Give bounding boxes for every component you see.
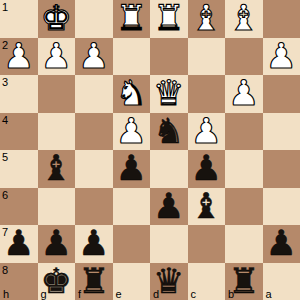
- square-e1[interactable]: ♜: [113, 0, 151, 38]
- square-e3[interactable]: ♞: [113, 75, 151, 113]
- piece-white-pawn[interactable]: ♟: [41, 38, 72, 76]
- square-c5[interactable]: ♟: [188, 150, 226, 188]
- square-g6[interactable]: [38, 188, 76, 226]
- square-a6[interactable]: [263, 188, 301, 226]
- square-d5[interactable]: [150, 150, 188, 188]
- piece-black-pawn[interactable]: ♟: [116, 150, 147, 188]
- square-b3[interactable]: ♟: [225, 75, 263, 113]
- piece-white-bishop[interactable]: ♝: [228, 0, 259, 38]
- piece-black-pawn[interactable]: ♟: [41, 225, 72, 263]
- square-d7[interactable]: [150, 225, 188, 263]
- piece-black-bishop[interactable]: ♝: [41, 150, 72, 188]
- square-h6[interactable]: 6: [0, 188, 38, 226]
- rank-label-1: 1: [2, 2, 8, 13]
- square-d8[interactable]: ♛d: [150, 263, 188, 300]
- file-label-f: f: [78, 289, 81, 300]
- square-f6[interactable]: [75, 188, 113, 226]
- square-g5[interactable]: ♝: [38, 150, 76, 188]
- square-b1[interactable]: ♝: [225, 0, 263, 38]
- square-g3[interactable]: [38, 75, 76, 113]
- square-b4[interactable]: [225, 113, 263, 151]
- square-g8[interactable]: ♚g: [38, 263, 76, 300]
- square-c3[interactable]: [188, 75, 226, 113]
- square-a1[interactable]: [263, 0, 301, 38]
- square-a3[interactable]: [263, 75, 301, 113]
- file-label-g: g: [41, 289, 47, 300]
- piece-black-knight[interactable]: ♞: [153, 113, 184, 151]
- chess-board: 1♚♜♜♝♝♟2♟♟♟3♞♛♟4♟♞♟5♝♟♟6♟♝♟7♟♟♟8h♚g♜fe♛d…: [0, 0, 300, 300]
- square-c6[interactable]: ♝: [188, 188, 226, 226]
- square-e6[interactable]: [113, 188, 151, 226]
- file-label-b: b: [228, 289, 234, 300]
- square-g7[interactable]: ♟: [38, 225, 76, 263]
- square-c4[interactable]: ♟: [188, 113, 226, 151]
- square-d3[interactable]: ♛: [150, 75, 188, 113]
- piece-black-pawn[interactable]: ♟: [266, 225, 297, 263]
- square-h8[interactable]: 8h: [0, 263, 38, 300]
- square-f4[interactable]: [75, 113, 113, 151]
- square-b8[interactable]: ♜b: [225, 263, 263, 300]
- rank-label-6: 6: [2, 190, 8, 201]
- square-h3[interactable]: 3: [0, 75, 38, 113]
- piece-white-queen[interactable]: ♛: [153, 75, 184, 113]
- file-label-h: h: [3, 289, 9, 300]
- rank-label-2: 2: [2, 40, 8, 51]
- square-f7[interactable]: ♟: [75, 225, 113, 263]
- rank-label-8: 8: [2, 265, 8, 276]
- piece-white-pawn[interactable]: ♟: [116, 113, 147, 151]
- piece-white-pawn[interactable]: ♟: [191, 113, 222, 151]
- rank-label-3: 3: [2, 77, 8, 88]
- square-c7[interactable]: [188, 225, 226, 263]
- square-a7[interactable]: ♟: [263, 225, 301, 263]
- square-e4[interactable]: ♟: [113, 113, 151, 151]
- piece-black-rook[interactable]: ♜: [78, 263, 109, 300]
- piece-white-king[interactable]: ♚: [41, 0, 72, 38]
- square-a4[interactable]: [263, 113, 301, 151]
- square-g4[interactable]: [38, 113, 76, 151]
- piece-white-rook[interactable]: ♜: [153, 0, 184, 38]
- square-a2[interactable]: ♟: [263, 38, 301, 76]
- piece-black-bishop[interactable]: ♝: [191, 188, 222, 226]
- square-b7[interactable]: [225, 225, 263, 263]
- square-c2[interactable]: [188, 38, 226, 76]
- file-label-a: a: [266, 289, 272, 300]
- rank-label-7: 7: [2, 227, 8, 238]
- square-f5[interactable]: [75, 150, 113, 188]
- piece-black-pawn[interactable]: ♟: [78, 225, 109, 263]
- file-label-d: d: [153, 289, 159, 300]
- piece-white-pawn[interactable]: ♟: [228, 75, 259, 113]
- square-g2[interactable]: ♟: [38, 38, 76, 76]
- square-h1[interactable]: 1: [0, 0, 38, 38]
- square-g1[interactable]: ♚: [38, 0, 76, 38]
- rank-label-4: 4: [2, 115, 8, 126]
- rank-label-5: 5: [2, 152, 8, 163]
- square-h7[interactable]: ♟7: [0, 225, 38, 263]
- piece-white-bishop[interactable]: ♝: [191, 0, 222, 38]
- square-f3[interactable]: [75, 75, 113, 113]
- piece-black-pawn[interactable]: ♟: [153, 188, 184, 226]
- piece-white-pawn[interactable]: ♟: [266, 38, 297, 76]
- square-f1[interactable]: [75, 0, 113, 38]
- file-label-e: e: [116, 289, 122, 300]
- square-c1[interactable]: ♝: [188, 0, 226, 38]
- piece-black-pawn[interactable]: ♟: [191, 150, 222, 188]
- square-b2[interactable]: [225, 38, 263, 76]
- square-e5[interactable]: ♟: [113, 150, 151, 188]
- square-b5[interactable]: [225, 150, 263, 188]
- piece-white-rook[interactable]: ♜: [116, 0, 147, 38]
- piece-white-knight[interactable]: ♞: [116, 75, 147, 113]
- square-f2[interactable]: ♟: [75, 38, 113, 76]
- square-h2[interactable]: ♟2: [0, 38, 38, 76]
- square-e2[interactable]: [113, 38, 151, 76]
- square-c8[interactable]: c: [188, 263, 226, 300]
- square-d6[interactable]: ♟: [150, 188, 188, 226]
- square-h5[interactable]: 5: [0, 150, 38, 188]
- square-d2[interactable]: [150, 38, 188, 76]
- square-h4[interactable]: 4: [0, 113, 38, 151]
- square-f8[interactable]: ♜f: [75, 263, 113, 300]
- piece-white-pawn[interactable]: ♟: [78, 38, 109, 76]
- square-e7[interactable]: [113, 225, 151, 263]
- square-e8[interactable]: e: [113, 263, 151, 300]
- square-b6[interactable]: [225, 188, 263, 226]
- square-d1[interactable]: ♜: [150, 0, 188, 38]
- square-d4[interactable]: ♞: [150, 113, 188, 151]
- file-label-c: c: [191, 289, 197, 300]
- square-a5[interactable]: [263, 150, 301, 188]
- square-a8[interactable]: a: [263, 263, 301, 300]
